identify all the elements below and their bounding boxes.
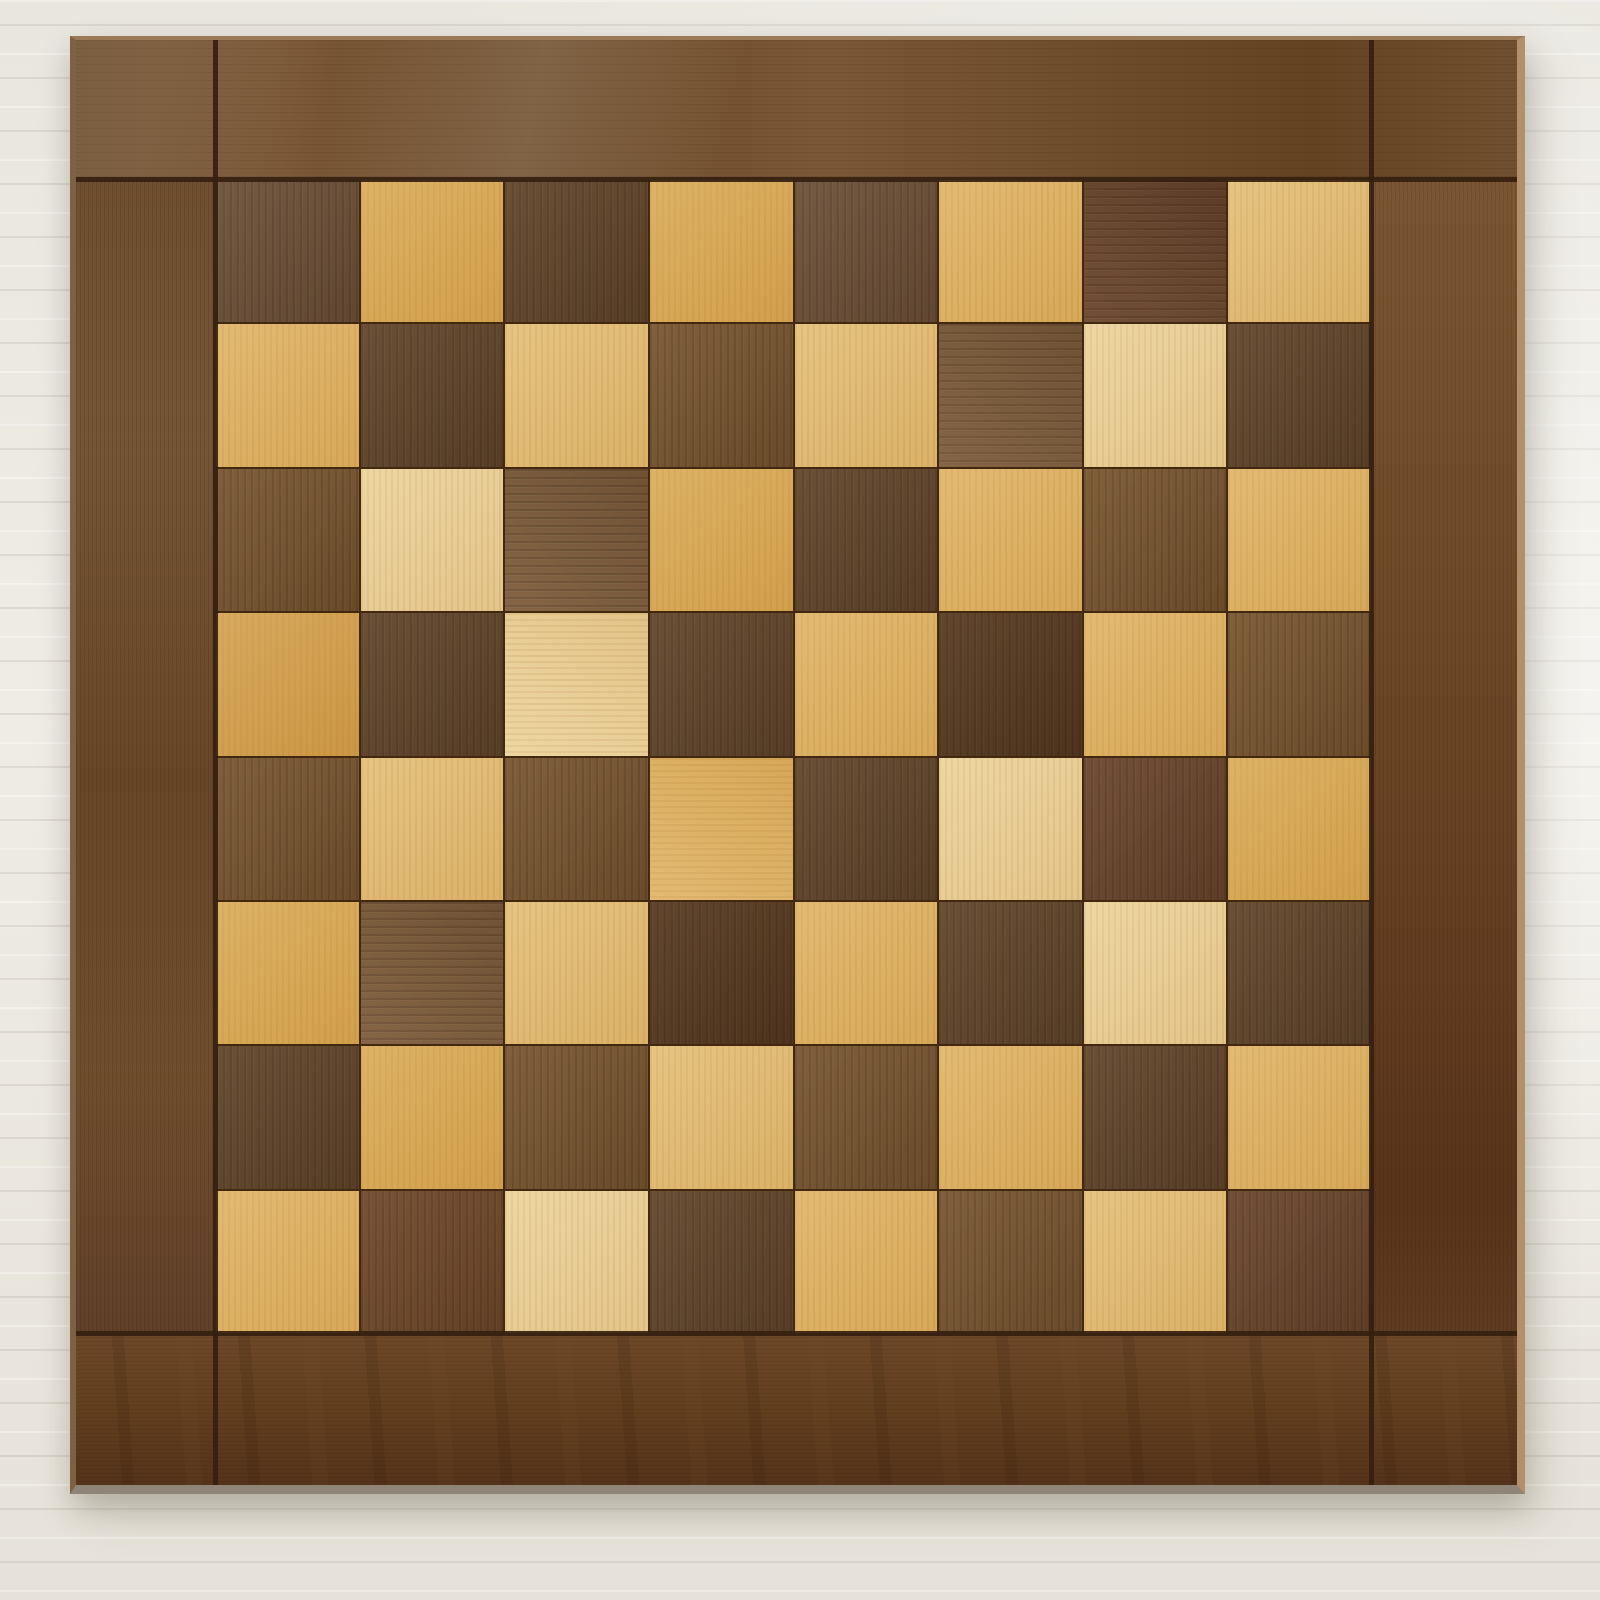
square-g2[interactable] — [1084, 1046, 1227, 1188]
square-g5[interactable] — [1084, 613, 1227, 755]
square-b3[interactable] — [361, 902, 504, 1044]
square-f4[interactable] — [939, 758, 1082, 900]
frame-groove-horizontal-bottom — [76, 1331, 1517, 1336]
board-frame-right — [1371, 180, 1517, 1333]
square-h1[interactable] — [1228, 1191, 1371, 1333]
frame-groove-vertical-left — [213, 40, 218, 1485]
square-f2[interactable] — [939, 1046, 1082, 1188]
board-grid — [216, 180, 1371, 1333]
square-b1[interactable] — [361, 1191, 504, 1333]
square-c7[interactable] — [505, 324, 648, 466]
square-d2[interactable] — [650, 1046, 793, 1188]
square-a6[interactable] — [216, 469, 359, 611]
square-h6[interactable] — [1228, 469, 1371, 611]
square-a8[interactable] — [216, 180, 359, 322]
square-g4[interactable] — [1084, 758, 1227, 900]
photo-background — [0, 0, 1600, 1600]
square-b5[interactable] — [361, 613, 504, 755]
square-d7[interactable] — [650, 324, 793, 466]
frame-groove-vertical-right — [1369, 40, 1374, 1485]
square-a1[interactable] — [216, 1191, 359, 1333]
square-d6[interactable] — [650, 469, 793, 611]
square-b6[interactable] — [361, 469, 504, 611]
square-e6[interactable] — [795, 469, 938, 611]
square-e3[interactable] — [795, 902, 938, 1044]
square-d4[interactable] — [650, 758, 793, 900]
square-d3[interactable] — [650, 902, 793, 1044]
square-g1[interactable] — [1084, 1191, 1227, 1333]
square-h2[interactable] — [1228, 1046, 1371, 1188]
square-b2[interactable] — [361, 1046, 504, 1188]
square-g7[interactable] — [1084, 324, 1227, 466]
board-frame-top — [76, 40, 1517, 180]
square-d8[interactable] — [650, 180, 793, 322]
square-e5[interactable] — [795, 613, 938, 755]
square-e7[interactable] — [795, 324, 938, 466]
chessboard — [70, 36, 1525, 1494]
square-c6[interactable] — [505, 469, 648, 611]
square-g6[interactable] — [1084, 469, 1227, 611]
square-c5[interactable] — [505, 613, 648, 755]
square-a7[interactable] — [216, 324, 359, 466]
board-frame-bottom — [76, 1333, 1517, 1485]
square-d1[interactable] — [650, 1191, 793, 1333]
square-h8[interactable] — [1228, 180, 1371, 322]
square-g3[interactable] — [1084, 902, 1227, 1044]
board-frame-left — [76, 180, 216, 1333]
square-c8[interactable] — [505, 180, 648, 322]
frame-groove-horizontal-top — [76, 177, 1517, 182]
square-c2[interactable] — [505, 1046, 648, 1188]
square-c3[interactable] — [505, 902, 648, 1044]
square-h4[interactable] — [1228, 758, 1371, 900]
square-f8[interactable] — [939, 180, 1082, 322]
square-a5[interactable] — [216, 613, 359, 755]
square-b4[interactable] — [361, 758, 504, 900]
square-h5[interactable] — [1228, 613, 1371, 755]
square-f5[interactable] — [939, 613, 1082, 755]
square-a2[interactable] — [216, 1046, 359, 1188]
square-h3[interactable] — [1228, 902, 1371, 1044]
square-b7[interactable] — [361, 324, 504, 466]
square-e1[interactable] — [795, 1191, 938, 1333]
square-e8[interactable] — [795, 180, 938, 322]
square-h7[interactable] — [1228, 324, 1371, 466]
square-f6[interactable] — [939, 469, 1082, 611]
square-a4[interactable] — [216, 758, 359, 900]
square-b8[interactable] — [361, 180, 504, 322]
square-f7[interactable] — [939, 324, 1082, 466]
square-e2[interactable] — [795, 1046, 938, 1188]
square-a3[interactable] — [216, 902, 359, 1044]
square-g8[interactable] — [1084, 180, 1227, 322]
square-c1[interactable] — [505, 1191, 648, 1333]
square-e4[interactable] — [795, 758, 938, 900]
square-f1[interactable] — [939, 1191, 1082, 1333]
square-d5[interactable] — [650, 613, 793, 755]
square-f3[interactable] — [939, 902, 1082, 1044]
square-c4[interactable] — [505, 758, 648, 900]
